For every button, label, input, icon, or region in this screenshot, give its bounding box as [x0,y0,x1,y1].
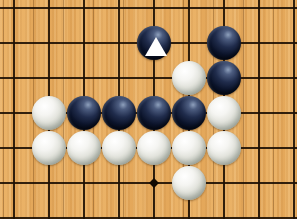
grid-line-vertical [13,0,15,219]
stone-black[interactable] [207,61,241,95]
stone-white[interactable] [32,96,66,130]
stone-black[interactable] [172,96,206,130]
grid-line-horizontal [0,77,297,79]
stone-white[interactable] [137,131,171,165]
go-board-screenshot [0,0,297,219]
stone-black[interactable] [67,96,101,130]
grid-line-horizontal [0,7,297,9]
stone-white[interactable] [207,131,241,165]
triangle-marker-icon [145,37,167,56]
stone-white[interactable] [207,96,241,130]
stone-white[interactable] [67,131,101,165]
star-point [149,178,159,188]
stone-white[interactable] [172,61,206,95]
stone-white[interactable] [172,131,206,165]
grid-line-horizontal [0,217,297,219]
stone-black[interactable] [102,96,136,130]
stone-white[interactable] [32,131,66,165]
stone-black[interactable] [137,26,171,60]
stone-black[interactable] [137,96,171,130]
stone-black[interactable] [207,26,241,60]
stone-white[interactable] [102,131,136,165]
go-board[interactable] [0,0,297,219]
stone-white[interactable] [172,166,206,200]
grid-line-vertical [293,0,295,219]
grid-line-vertical [258,0,260,219]
